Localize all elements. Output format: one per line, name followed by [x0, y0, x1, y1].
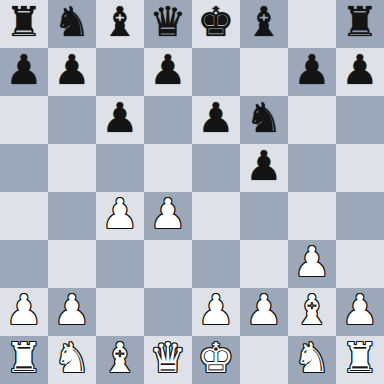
piece-black-bishop[interactable]: ♝: [102, 0, 139, 46]
piece-white-pawn[interactable]: ♟: [150, 192, 187, 238]
piece-black-pawn[interactable]: ♟: [246, 144, 283, 190]
piece-black-pawn[interactable]: ♟: [150, 48, 187, 94]
square-h5[interactable]: [336, 144, 384, 192]
square-b3[interactable]: [48, 240, 96, 288]
piece-black-pawn[interactable]: ♟: [102, 96, 139, 142]
square-c5[interactable]: [96, 144, 144, 192]
square-b2[interactable]: ♟: [48, 288, 96, 336]
piece-white-pawn[interactable]: ♟: [102, 192, 139, 238]
square-h7[interactable]: ♟: [336, 48, 384, 96]
square-c3[interactable]: [96, 240, 144, 288]
piece-white-bishop[interactable]: ♝: [294, 288, 331, 334]
square-f1[interactable]: [240, 336, 288, 384]
square-c6[interactable]: ♟: [96, 96, 144, 144]
piece-black-pawn[interactable]: ♟: [6, 48, 43, 94]
piece-white-pawn[interactable]: ♟: [246, 288, 283, 334]
square-e7[interactable]: [192, 48, 240, 96]
square-a3[interactable]: [0, 240, 48, 288]
piece-black-queen[interactable]: ♛: [150, 0, 187, 46]
piece-black-knight[interactable]: ♞: [246, 96, 283, 142]
piece-black-rook[interactable]: ♜: [6, 0, 43, 46]
square-d1[interactable]: ♛: [144, 336, 192, 384]
square-g6[interactable]: [288, 96, 336, 144]
piece-white-knight[interactable]: ♞: [294, 336, 331, 382]
piece-white-pawn[interactable]: ♟: [54, 288, 91, 334]
square-a7[interactable]: ♟: [0, 48, 48, 96]
square-h6[interactable]: [336, 96, 384, 144]
square-c1[interactable]: ♝: [96, 336, 144, 384]
square-h1[interactable]: ♜: [336, 336, 384, 384]
square-g5[interactable]: [288, 144, 336, 192]
piece-white-pawn[interactable]: ♟: [342, 288, 379, 334]
square-e6[interactable]: ♟: [192, 96, 240, 144]
piece-white-queen[interactable]: ♛: [150, 336, 187, 382]
piece-white-pawn[interactable]: ♟: [6, 288, 43, 334]
piece-black-pawn[interactable]: ♟: [342, 48, 379, 94]
square-g1[interactable]: ♞: [288, 336, 336, 384]
square-g7[interactable]: ♟: [288, 48, 336, 96]
square-c7[interactable]: [96, 48, 144, 96]
square-f2[interactable]: ♟: [240, 288, 288, 336]
square-g4[interactable]: [288, 192, 336, 240]
square-d3[interactable]: [144, 240, 192, 288]
square-h3[interactable]: [336, 240, 384, 288]
square-b4[interactable]: [48, 192, 96, 240]
chess-board: ♜♞♝♛♚♝♜♟♟♟♟♟♟♟♞♟♟♟♟♟♟♟♟♝♟♜♞♝♛♚♞♜: [0, 0, 384, 384]
square-e2[interactable]: ♟: [192, 288, 240, 336]
piece-white-rook[interactable]: ♜: [6, 336, 43, 382]
square-d5[interactable]: [144, 144, 192, 192]
square-e3[interactable]: [192, 240, 240, 288]
piece-white-king[interactable]: ♚: [198, 336, 235, 382]
square-d6[interactable]: [144, 96, 192, 144]
piece-black-rook[interactable]: ♜: [342, 0, 379, 46]
square-f8[interactable]: ♝: [240, 0, 288, 48]
square-h8[interactable]: ♜: [336, 0, 384, 48]
square-b7[interactable]: ♟: [48, 48, 96, 96]
square-e4[interactable]: [192, 192, 240, 240]
square-a1[interactable]: ♜: [0, 336, 48, 384]
square-d4[interactable]: ♟: [144, 192, 192, 240]
piece-white-pawn[interactable]: ♟: [294, 240, 331, 286]
square-a8[interactable]: ♜: [0, 0, 48, 48]
square-b6[interactable]: [48, 96, 96, 144]
square-f4[interactable]: [240, 192, 288, 240]
square-b8[interactable]: ♞: [48, 0, 96, 48]
square-c4[interactable]: ♟: [96, 192, 144, 240]
square-c2[interactable]: [96, 288, 144, 336]
square-f3[interactable]: [240, 240, 288, 288]
square-a5[interactable]: [0, 144, 48, 192]
square-f5[interactable]: ♟: [240, 144, 288, 192]
square-e5[interactable]: [192, 144, 240, 192]
piece-black-pawn[interactable]: ♟: [294, 48, 331, 94]
piece-white-bishop[interactable]: ♝: [102, 336, 139, 382]
square-d2[interactable]: [144, 288, 192, 336]
square-d8[interactable]: ♛: [144, 0, 192, 48]
square-a2[interactable]: ♟: [0, 288, 48, 336]
square-a6[interactable]: [0, 96, 48, 144]
square-c8[interactable]: ♝: [96, 0, 144, 48]
square-g3[interactable]: ♟: [288, 240, 336, 288]
square-e8[interactable]: ♚: [192, 0, 240, 48]
square-h2[interactable]: ♟: [336, 288, 384, 336]
piece-white-rook[interactable]: ♜: [342, 336, 379, 382]
piece-black-king[interactable]: ♚: [198, 0, 235, 46]
square-f6[interactable]: ♞: [240, 96, 288, 144]
square-d7[interactable]: ♟: [144, 48, 192, 96]
piece-black-knight[interactable]: ♞: [54, 0, 91, 46]
square-g2[interactable]: ♝: [288, 288, 336, 336]
piece-black-bishop[interactable]: ♝: [246, 0, 283, 46]
square-g8[interactable]: [288, 0, 336, 48]
square-h4[interactable]: [336, 192, 384, 240]
square-b1[interactable]: ♞: [48, 336, 96, 384]
piece-black-pawn[interactable]: ♟: [198, 96, 235, 142]
square-a4[interactable]: [0, 192, 48, 240]
piece-white-pawn[interactable]: ♟: [198, 288, 235, 334]
piece-black-pawn[interactable]: ♟: [54, 48, 91, 94]
square-e1[interactable]: ♚: [192, 336, 240, 384]
square-b5[interactable]: [48, 144, 96, 192]
square-f7[interactable]: [240, 48, 288, 96]
piece-white-knight[interactable]: ♞: [54, 336, 91, 382]
